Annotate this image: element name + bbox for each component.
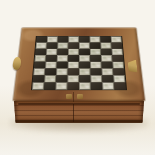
board-square-dark	[79, 75, 91, 82]
drawer-seam	[73, 104, 74, 122]
board-frame	[13, 28, 145, 101]
board-square-light	[90, 75, 102, 82]
chess-board	[31, 36, 127, 90]
chess-box-lid	[13, 28, 145, 101]
board-square-light	[67, 75, 79, 82]
board-square-light	[44, 75, 56, 82]
board-square-dark	[68, 68, 79, 75]
board-square-light	[79, 68, 90, 75]
photo-background	[0, 0, 155, 155]
board-square-light	[68, 62, 79, 69]
board-square-dark	[90, 68, 102, 75]
board-square-dark	[56, 62, 67, 69]
board-square-dark	[91, 82, 103, 89]
fold-seam	[73, 92, 74, 102]
board-square-dark	[79, 62, 90, 69]
board-square-light	[102, 68, 114, 75]
board-square-light	[90, 62, 101, 69]
board-square-light	[55, 82, 67, 89]
board-square-dark	[113, 68, 125, 75]
board-square-light	[56, 68, 68, 75]
board-square-light	[45, 62, 57, 69]
board-square-light	[79, 82, 91, 89]
board-square-light	[102, 82, 114, 89]
board-square-dark	[67, 82, 79, 89]
box-front-panel	[14, 101, 144, 123]
board-square-dark	[44, 82, 56, 89]
board-square-dark	[101, 62, 113, 69]
board-square-dark	[56, 75, 68, 82]
board-square-light	[33, 68, 45, 75]
drawer-slot	[18, 103, 140, 105]
board-square-dark	[114, 82, 126, 89]
board-square-light	[32, 82, 44, 89]
board-square-dark	[34, 62, 46, 69]
board-square-dark	[45, 68, 57, 75]
board-square-dark	[33, 75, 45, 82]
brass-hinge-front-right	[77, 94, 83, 99]
board-square-light	[112, 62, 124, 69]
board-square-dark	[102, 75, 114, 82]
board-square-light	[113, 75, 125, 82]
brass-hinge-front-left	[66, 94, 72, 99]
